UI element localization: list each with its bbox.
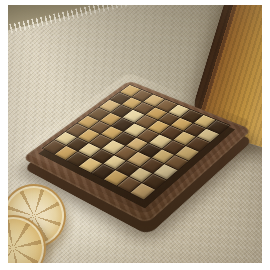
- product-photo: [8, 5, 262, 263]
- photo-vignette: [8, 5, 262, 263]
